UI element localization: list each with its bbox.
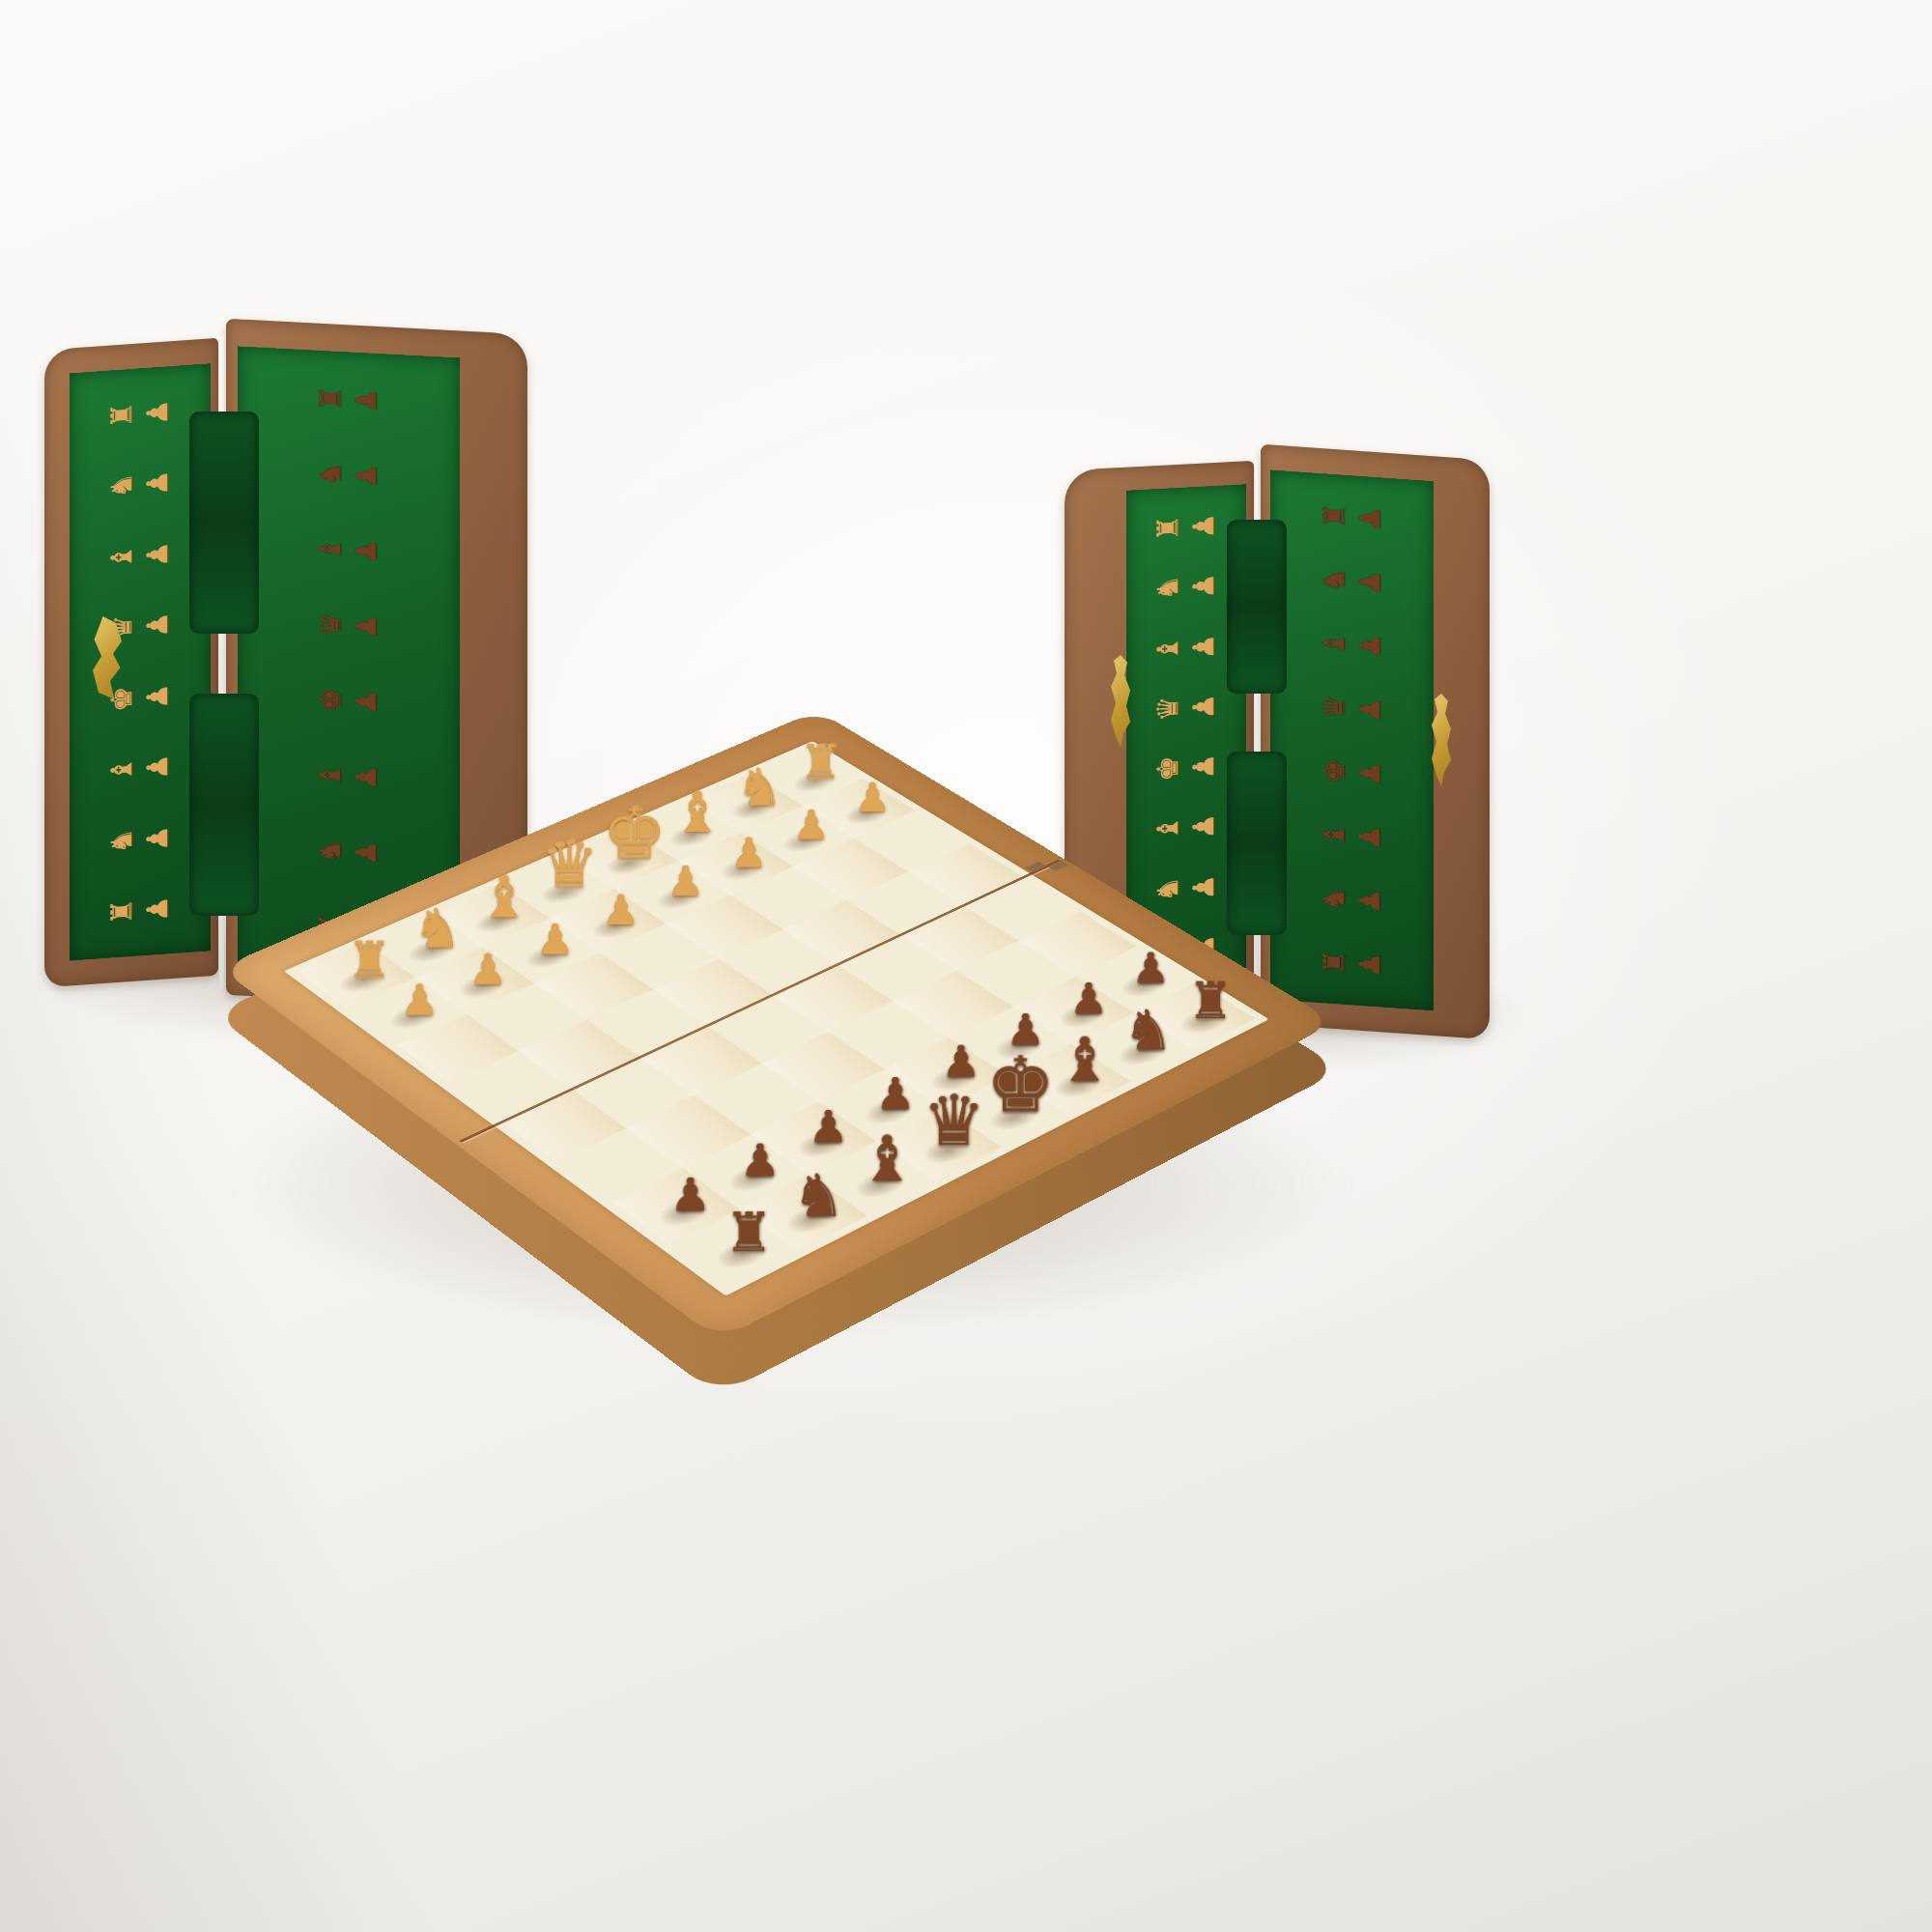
left-case-hinge-velvet-lower: [189, 694, 259, 916]
stored-piece-row: ♛♟: [1155, 692, 1217, 724]
black-pawn-a7[interactable]: ♟: [1132, 949, 1170, 989]
stored-dark-piece-k: ♚: [317, 686, 346, 713]
stored-light-piece-n: ♞: [108, 471, 137, 499]
black-pawn-h7[interactable]: ♟: [670, 1174, 711, 1217]
stored-piece-row: ♜♟: [109, 894, 171, 926]
right-case-hinge-velvet-lower: [1227, 752, 1287, 935]
stored-piece-row: ♜♟: [109, 397, 171, 430]
stored-dark-piece-r: ♜: [317, 384, 346, 412]
white-pawn-c2[interactable]: ♟: [730, 834, 767, 872]
stored-piece-row: ♝♟: [318, 534, 380, 566]
stored-dark-piece-p: ♟: [1355, 823, 1384, 851]
stored-dark-piece-p: ♟: [352, 763, 381, 790]
stored-piece-row: ♞♟: [1155, 571, 1217, 603]
stored-dark-piece-q: ♛: [317, 611, 346, 638]
stored-piece-row: ♛♟: [318, 610, 380, 641]
stored-piece-row: ♝♟: [318, 760, 380, 792]
stored-light-piece-p: ♟: [1189, 512, 1218, 539]
stored-dark-piece-b: ♝: [317, 535, 346, 562]
stored-light-piece-r: ♜: [108, 401, 137, 429]
stored-dark-piece-n: ♞: [317, 837, 346, 864]
white-pawn-f2[interactable]: ♟: [536, 920, 574, 959]
stored-dark-piece-p: ♟: [352, 612, 381, 639]
stored-light-piece-b: ♝: [108, 543, 137, 571]
stored-light-piece-p: ♟: [1189, 633, 1218, 660]
stored-light-piece-p: ♟: [143, 469, 172, 497]
stored-dark-piece-p: ♟: [352, 688, 381, 715]
black-pawn-b7[interactable]: ♟: [1069, 979, 1108, 1019]
stored-light-piece-k: ♚: [1154, 754, 1183, 781]
stored-light-piece-p: ♟: [143, 824, 172, 852]
square-f3[interactable]: [534, 953, 653, 1020]
black-pawn-d7[interactable]: ♟: [942, 1041, 981, 1083]
stored-piece-row: ♞♟: [318, 836, 380, 867]
white-bishop-f1[interactable]: ♝: [478, 869, 530, 924]
black-rook-a8[interactable]: ♜: [1187, 977, 1233, 1025]
scene: ♜♟♞♟♝♟♛♟♚♟♝♟♞♟♜♟ ♜♟♞♟♝♟♛♟♚♟♝♟♞♟♜♟ ♜♟♞♟♝♟…: [0, 0, 1932, 1932]
stored-piece-row: ♞♟: [1155, 871, 1217, 903]
stored-dark-piece-b: ♝: [1320, 821, 1349, 849]
stored-piece-row: ♝♟: [1155, 631, 1217, 663]
stored-piece-row: ♜♟: [1321, 947, 1383, 980]
white-queen-e1[interactable]: ♛: [541, 834, 599, 895]
white-bishop-c1[interactable]: ♝: [672, 785, 723, 838]
stored-dark-piece-r: ♜: [1320, 949, 1349, 977]
right-case-hinge-velvet: [1227, 520, 1287, 694]
stored-dark-piece-p: ♟: [352, 537, 381, 564]
stored-dark-piece-n: ♞: [1320, 566, 1349, 594]
stored-light-piece-p: ♟: [143, 895, 172, 923]
stored-piece-row: ♛♟: [1321, 692, 1383, 724]
white-pawn-d2[interactable]: ♟: [668, 862, 704, 901]
stored-dark-piece-p: ♟: [352, 838, 381, 866]
white-pawn-a2[interactable]: ♟: [855, 779, 891, 817]
stored-light-piece-p: ♟: [1189, 873, 1218, 900]
stored-light-piece-q: ♛: [1154, 695, 1183, 722]
white-pawn-g2[interactable]: ♟: [469, 950, 507, 990]
stored-dark-piece-p: ♟: [1355, 759, 1384, 787]
stored-dark-piece-p: ♟: [1355, 568, 1384, 596]
stored-light-piece-p: ♟: [143, 611, 172, 639]
left-case-hinge-velvet: [189, 412, 259, 634]
black-pawn-f7[interactable]: ♟: [809, 1106, 848, 1149]
stored-piece-row: ♝♟: [109, 539, 171, 572]
black-knight-b8[interactable]: ♞: [1122, 1004, 1173, 1057]
stored-piece-row: ♝♟: [1321, 628, 1383, 661]
stored-light-piece-n: ♞: [108, 827, 137, 855]
stored-light-piece-p: ♟: [143, 540, 172, 568]
white-pawn-e2[interactable]: ♟: [602, 891, 639, 930]
stored-light-piece-p: ♟: [143, 398, 172, 426]
stored-piece-row: ♚♟: [1155, 752, 1217, 783]
stored-dark-piece-b: ♝: [317, 761, 346, 788]
stored-light-piece-p: ♟: [1189, 813, 1218, 840]
stored-dark-piece-p: ♟: [1355, 887, 1384, 915]
black-pawn-e7[interactable]: ♟: [875, 1073, 915, 1115]
stored-dark-piece-n: ♞: [317, 460, 346, 487]
stored-piece-row: ♞♟: [1321, 564, 1383, 597]
stored-piece-row: ♜♟: [1155, 511, 1217, 543]
black-rook-h8[interactable]: ♜: [724, 1207, 773, 1258]
black-queen-e8[interactable]: ♛: [923, 1089, 985, 1155]
stored-piece-row: ♚♟: [318, 685, 380, 717]
white-pawn-h2[interactable]: ♟: [401, 980, 440, 1020]
right-case-right-felt: ♜♟♞♟♝♟♛♟♚♟♝♟♞♟♜♟: [1270, 469, 1434, 1010]
right-case-right-flap: ♜♟♞♟♝♟♛♟♚♟♝♟♞♟♜♟: [1261, 444, 1490, 1040]
stored-dark-piece-r: ♜: [1320, 502, 1349, 530]
stored-dark-piece-p: ♟: [352, 462, 381, 489]
stored-dark-piece-p: ♟: [1355, 951, 1384, 979]
stored-piece-row: ♜♟: [318, 384, 380, 415]
stored-light-piece-n: ♞: [1154, 575, 1183, 602]
stored-light-piece-p: ♟: [143, 682, 172, 710]
black-pawn-g7[interactable]: ♟: [740, 1139, 781, 1181]
white-rook-h1[interactable]: ♜: [347, 936, 391, 983]
stored-dark-piece-p: ♟: [1355, 632, 1384, 660]
black-knight-g8[interactable]: ♞: [792, 1167, 845, 1223]
stored-light-piece-p: ♟: [143, 753, 172, 781]
stored-piece-row: ♝♟: [1321, 819, 1383, 852]
stored-light-piece-k: ♚: [108, 685, 137, 713]
stored-light-piece-p: ♟: [1189, 573, 1218, 600]
stored-light-piece-r: ♜: [108, 897, 137, 925]
stored-light-piece-p: ♟: [1189, 693, 1218, 720]
white-pawn-b2[interactable]: ♟: [793, 806, 830, 844]
stored-light-piece-b: ♝: [1154, 815, 1183, 842]
stored-dark-piece-q: ♛: [1320, 694, 1349, 722]
stored-dark-piece-n: ♞: [1320, 885, 1349, 913]
stored-dark-piece-p: ♟: [1355, 504, 1384, 532]
stored-piece-row: ♝♟: [1155, 811, 1217, 843]
black-king-d8[interactable]: ♚: [985, 1048, 1055, 1122]
stored-piece-row: ♞♟: [109, 823, 171, 856]
stored-dark-piece-b: ♝: [1320, 630, 1349, 658]
stored-dark-piece-k: ♚: [1320, 757, 1349, 785]
stored-light-piece-b: ♝: [108, 755, 137, 783]
white-king-d1[interactable]: ♚: [602, 799, 666, 867]
stored-light-piece-n: ♞: [1154, 875, 1183, 902]
white-knight-g1[interactable]: ♞: [412, 902, 461, 953]
stored-light-piece-p: ♟: [1189, 753, 1218, 780]
black-bishop-c8[interactable]: ♝: [1058, 1031, 1112, 1089]
stored-piece-row: ♞♟: [318, 459, 380, 491]
stored-piece-row: ♚♟: [1321, 755, 1383, 788]
stored-piece-row: ♚♟: [109, 681, 171, 714]
stored-piece-row: ♝♟: [109, 752, 171, 784]
stored-piece-row: ♞♟: [1321, 883, 1383, 916]
stored-light-piece-r: ♜: [1154, 514, 1183, 541]
stored-piece-row: ♜♟: [1321, 500, 1383, 533]
stored-dark-piece-p: ♟: [1355, 696, 1384, 724]
stored-light-piece-b: ♝: [1154, 635, 1183, 662]
white-knight-b1[interactable]: ♞: [736, 762, 782, 811]
stored-piece-row: ♞♟: [109, 468, 171, 500]
black-bishop-f8[interactable]: ♝: [859, 1129, 915, 1188]
stored-dark-piece-p: ♟: [352, 386, 381, 413]
white-rook-a1[interactable]: ♜: [799, 740, 841, 784]
